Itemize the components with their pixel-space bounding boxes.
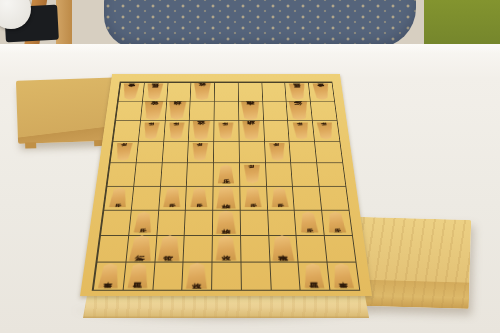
shogi-piece-9i: 香車: [97, 263, 120, 288]
board-grid: 香車桂馬金将桂馬香車玉将銀将飛車角行歩兵歩兵金将歩兵銀将歩兵歩兵歩兵歩兵歩兵歩兵…: [92, 82, 361, 291]
shogi-piece-8b: 玉将: [142, 101, 163, 120]
shogi-piece-5e: 歩兵: [217, 165, 234, 184]
shogi-piece-3h: 飛車: [271, 235, 295, 261]
shogi-piece-4b: 飛車: [240, 101, 260, 120]
board-side-edge: [83, 294, 369, 318]
shogi-piece-1i: 香車: [331, 263, 354, 288]
shogi-piece-4c: 銀将: [241, 121, 260, 140]
shogi-piece-7b: 銀将: [168, 102, 187, 120]
shogi-piece-7f: 歩兵: [163, 188, 182, 208]
shogi-board: 香車桂馬金将桂馬香車玉将銀将飛車角行歩兵歩兵金将歩兵銀将歩兵歩兵歩兵歩兵歩兵歩兵…: [80, 24, 372, 296]
shogi-piece-8i: 桂馬: [127, 263, 150, 288]
shogi-piece-1a: 香車: [312, 83, 331, 99]
shogi-piece-2g: 歩兵: [299, 212, 319, 233]
shogi-piece-9d: 歩兵: [114, 143, 133, 161]
shogi-piece-2a: 桂馬: [288, 83, 306, 99]
shogi-piece-5c: 歩兵: [218, 122, 234, 139]
board-top-surface: 香車桂馬金将桂馬香車玉将銀将飛車角行歩兵歩兵金将歩兵銀将歩兵歩兵歩兵歩兵歩兵歩兵…: [80, 74, 372, 296]
shogi-piece-8c: 歩兵: [142, 122, 160, 139]
photo-scene: 香車桂馬金将桂馬香車玉将銀将飛車角行歩兵歩兵金将歩兵銀将歩兵歩兵歩兵歩兵歩兵歩兵…: [0, 0, 500, 333]
shogi-piece-7h: 王将: [157, 235, 181, 261]
shogi-piece-5h: 金将: [215, 236, 237, 261]
shogi-piece-1g: 歩兵: [326, 212, 347, 233]
shogi-piece-8h: 角行: [128, 235, 153, 261]
shogi-piece-5g: 銀将: [215, 210, 236, 233]
shogi-piece-9a: 香車: [122, 83, 141, 99]
shogi-piece-6a: 金将: [193, 83, 211, 100]
shogi-piece-7c: 歩兵: [167, 122, 184, 139]
shogi-piece-2i: 桂馬: [302, 263, 325, 288]
shogi-piece-6i: 金将: [185, 263, 208, 289]
shogi-piece-5f: 銀将: [216, 186, 237, 208]
shogi-piece-6d: 歩兵: [192, 143, 209, 161]
shogi-piece-3d: 歩兵: [268, 143, 286, 161]
shogi-piece-4e: 歩兵: [243, 165, 261, 184]
shogi-piece-8g: 歩兵: [133, 212, 153, 233]
shogi-piece-3f: 歩兵: [270, 188, 289, 208]
shogi-piece-2c: 歩兵: [292, 122, 310, 139]
shogi-piece-9f: 歩兵: [108, 188, 128, 208]
shogi-piece-4f: 歩兵: [244, 188, 262, 208]
shogi-piece-8a: 桂馬: [146, 83, 164, 99]
stand-foot: [25, 142, 36, 148]
shogi-piece-2b: 角行: [288, 101, 309, 120]
shogi-piece-6c: 金将: [191, 121, 210, 140]
shogi-piece-1c: 歩兵: [317, 122, 335, 139]
shogi-piece-6f: 歩兵: [190, 188, 208, 208]
green-mat: [424, 0, 500, 45]
